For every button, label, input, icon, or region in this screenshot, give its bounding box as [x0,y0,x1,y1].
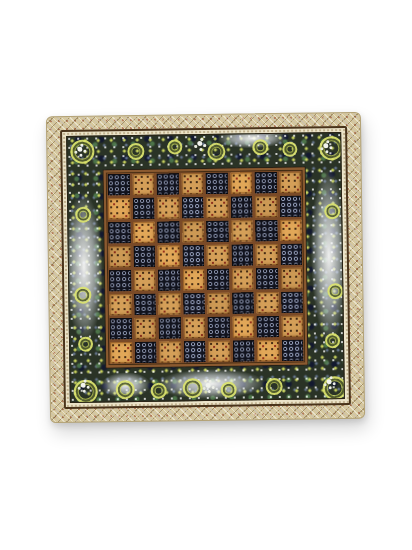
square-f5[interactable] [231,244,253,265]
corner-flower-ornament [77,147,82,152]
square-g2[interactable] [257,316,279,337]
scroll-ornament [167,139,182,154]
silver-inlay-patch [155,368,265,400]
outer-khatam-frame [46,112,365,423]
square-b8[interactable] [132,174,154,195]
squares-grid [108,172,304,364]
square-d4[interactable] [183,269,205,290]
square-e1[interactable] [208,341,230,362]
square-a2[interactable] [110,318,132,339]
square-d6[interactable] [182,221,204,242]
square-e3[interactable] [207,293,229,314]
square-g8[interactable] [255,172,277,193]
scroll-ornament [127,143,144,160]
square-e7[interactable] [206,197,228,218]
square-h6[interactable] [280,220,302,241]
square-a6[interactable] [108,222,130,243]
square-a7[interactable] [108,198,130,219]
square-h8[interactable] [279,172,301,193]
square-h4[interactable] [281,268,303,289]
square-b4[interactable] [134,270,156,291]
scroll-ornament [282,142,297,157]
square-d8[interactable] [181,173,203,194]
square-f1[interactable] [233,340,255,361]
square-a4[interactable] [109,270,131,291]
scroll-ornament [78,337,93,352]
square-a5[interactable] [109,246,131,267]
scroll-ornament [319,136,343,160]
square-b7[interactable] [133,198,155,219]
square-h5[interactable] [280,244,302,265]
scroll-ornament [207,143,225,161]
square-a8[interactable] [108,174,130,195]
square-f7[interactable] [231,196,253,217]
square-g6[interactable] [255,220,277,241]
square-c1[interactable] [159,341,181,362]
scroll-ornament [325,333,340,348]
square-h1[interactable] [282,340,304,361]
square-h2[interactable] [281,316,303,337]
square-h3[interactable] [281,292,303,313]
scroll-ornament [252,139,268,155]
scroll-ornament [74,380,98,403]
square-d3[interactable] [183,293,205,314]
square-g4[interactable] [256,268,278,289]
square-g1[interactable] [257,340,279,361]
corner-flower-ornament [327,379,332,384]
corner-flower-ornament [323,143,328,148]
square-f4[interactable] [232,268,254,289]
square-b5[interactable] [133,246,155,267]
square-b6[interactable] [133,222,155,243]
square-e5[interactable] [207,245,229,266]
square-g5[interactable] [256,244,278,265]
scroll-ornament [327,283,343,299]
square-g3[interactable] [256,292,278,313]
corner-flower-ornament [206,383,211,388]
square-c4[interactable] [158,269,180,290]
square-d5[interactable] [182,245,204,266]
corner-flower-ornament [81,383,86,388]
cream-inlay-band [60,126,351,409]
square-h7[interactable] [280,196,302,217]
square-a1[interactable] [110,342,132,363]
square-e6[interactable] [206,221,228,242]
square-d2[interactable] [183,317,205,338]
scroll-ornament [324,203,340,219]
scroll-ornament [74,287,91,304]
square-c6[interactable] [157,221,179,242]
corner-flower-ornament [197,141,202,146]
square-c2[interactable] [159,317,181,338]
square-b1[interactable] [135,342,157,363]
square-e2[interactable] [208,317,230,338]
square-c8[interactable] [157,173,179,194]
square-c3[interactable] [158,293,180,314]
square-c7[interactable] [157,197,179,218]
chessboard [46,112,365,423]
square-f2[interactable] [232,316,254,337]
square-a3[interactable] [109,294,131,315]
square-f3[interactable] [232,292,254,313]
ornate-floral-border [66,132,345,403]
scroll-ornament [151,383,167,399]
square-f6[interactable] [231,220,253,241]
square-g7[interactable] [255,196,277,217]
square-f8[interactable] [230,172,252,193]
square-e8[interactable] [206,173,228,194]
scroll-ornament [266,378,283,395]
square-e4[interactable] [207,269,229,290]
square-c5[interactable] [158,245,180,266]
scroll-ornament [70,140,94,164]
square-d1[interactable] [184,341,206,362]
playing-area-frame [104,168,308,368]
square-b2[interactable] [134,318,156,339]
square-d7[interactable] [182,197,204,218]
silver-inlay-patch [310,168,345,343]
square-b3[interactable] [134,294,156,315]
